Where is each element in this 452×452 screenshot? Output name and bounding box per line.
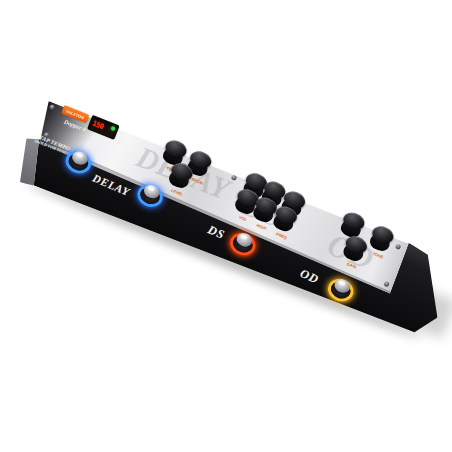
tempo-digits: 150 [91,119,105,131]
product-photo: DELAY DS OD VALETON Dapper 4 150 TAP TEM… [0,0,452,452]
pedal: DELAY DS OD VALETON Dapper 4 150 TAP TEM… [0,92,452,367]
screw-icon [231,175,237,181]
green-led-icon [111,126,116,131]
